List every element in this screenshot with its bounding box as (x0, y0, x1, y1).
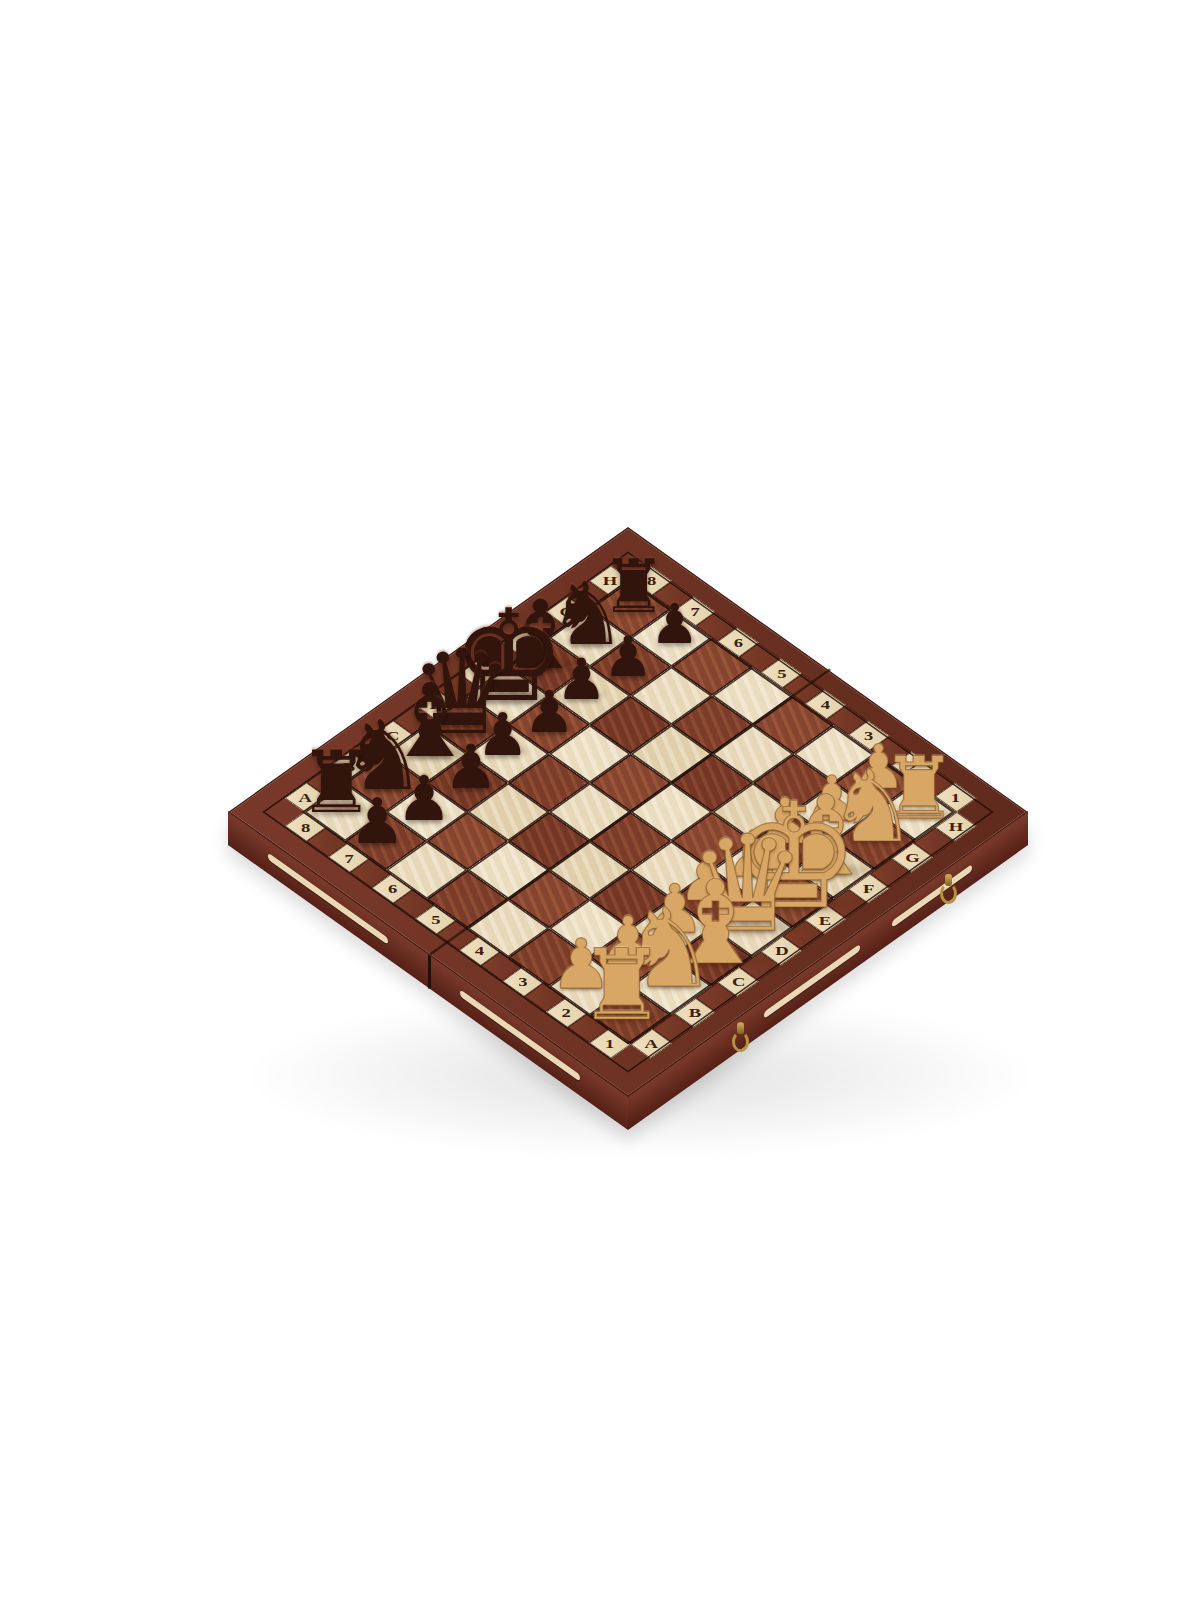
piece-white-rook-a1: ♜ (578, 939, 666, 1032)
piece-black-pawn-a7: ♟ (349, 792, 405, 852)
pieces-layer: ♜♟♞♝♟♟♚♟♛♟♝♟♟♞♜♜♟♟♞♟♟♝♟♟♚♛♟♝♟♞♟♜ (0, 0, 1200, 1600)
piece-black-pawn-e7: ♟ (523, 684, 575, 739)
piece-black-pawn-h7: ♟ (650, 598, 699, 650)
chess-set-product-photo: AA88BB77CC66DD55EE44FF33GG22HH11 ♜♟♞♝♟♟♚… (0, 0, 1200, 1600)
piece-black-pawn-g7: ♟ (603, 630, 653, 683)
